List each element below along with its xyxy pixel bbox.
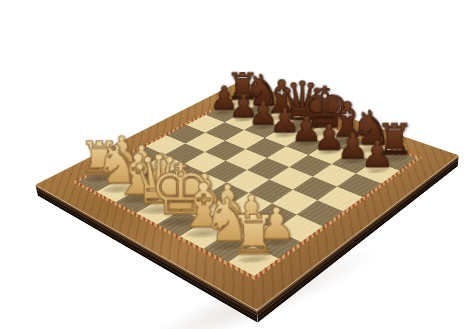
board-tilt-wrapper: ♜♞♝♛♚♝♞♜♟♟♟♟♟♟♟♟♟♟♟♟♟♟♟♟♜♞♝♛♚♝♞♜ [0, 0, 474, 329]
square-h8 [374, 149, 416, 170]
chess-board [35, 81, 458, 310]
playing-field [78, 96, 417, 276]
board-scene [0, 0, 474, 329]
chess-product-photo: ♜♞♝♛♚♝♞♜♟♟♟♟♟♟♟♟♟♟♟♟♟♟♟♟♜♞♝♛♚♝♞♜ [0, 0, 474, 329]
red-trim-border [72, 94, 422, 280]
